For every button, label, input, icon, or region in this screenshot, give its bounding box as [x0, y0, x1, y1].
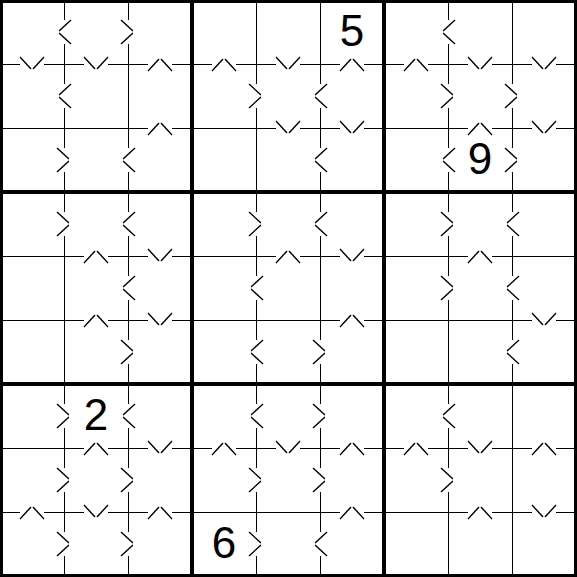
cell-r2c9[interactable] [512, 64, 576, 128]
cell-r9c5[interactable] [256, 512, 320, 576]
cell-r3c8[interactable]: 9 [448, 128, 512, 192]
cell-r2c5[interactable] [256, 64, 320, 128]
cell-r6c3[interactable] [128, 320, 192, 384]
cell-r8c7[interactable] [384, 448, 448, 512]
cell-r3c7[interactable] [384, 128, 448, 192]
cell-r4c4[interactable] [192, 192, 256, 256]
cell-r8c4[interactable] [192, 448, 256, 512]
cell-r8c9[interactable] [512, 448, 576, 512]
cell-r9c3[interactable] [128, 512, 192, 576]
cell-r5c6[interactable] [320, 256, 384, 320]
cell-r9c9[interactable] [512, 512, 576, 576]
cell-r7c2[interactable]: 2 [64, 384, 128, 448]
cell-r3c3[interactable] [128, 128, 192, 192]
cell-r6c7[interactable] [384, 320, 448, 384]
cell-r4c7[interactable] [384, 192, 448, 256]
cell-r7c8[interactable] [448, 384, 512, 448]
cell-r5c7[interactable] [384, 256, 448, 320]
cell-r5c8[interactable] [448, 256, 512, 320]
given-digit: 5 [340, 9, 364, 53]
cell-r4c3[interactable] [128, 192, 192, 256]
cell-r7c3[interactable] [128, 384, 192, 448]
cell-r4c9[interactable] [512, 192, 576, 256]
cell-r2c4[interactable] [192, 64, 256, 128]
cell-r4c6[interactable] [320, 192, 384, 256]
sudoku-board: 5926 [0, 0, 577, 577]
cell-r2c3[interactable] [128, 64, 192, 128]
cell-r2c8[interactable] [448, 64, 512, 128]
cell-r8c8[interactable] [448, 448, 512, 512]
cell-r2c2[interactable] [64, 64, 128, 128]
cell-r6c6[interactable] [320, 320, 384, 384]
cell-r1c6[interactable]: 5 [320, 0, 384, 64]
cell-r5c1[interactable] [0, 256, 64, 320]
cell-r7c4[interactable] [192, 384, 256, 448]
cell-r2c1[interactable] [0, 64, 64, 128]
cell-r3c2[interactable] [64, 128, 128, 192]
cell-r6c8[interactable] [448, 320, 512, 384]
cell-r9c8[interactable] [448, 512, 512, 576]
cell-r1c1[interactable] [0, 0, 64, 64]
cell-r4c8[interactable] [448, 192, 512, 256]
cell-r9c4[interactable]: 6 [192, 512, 256, 576]
cell-r9c7[interactable] [384, 512, 448, 576]
cell-r3c6[interactable] [320, 128, 384, 192]
cell-r8c1[interactable] [0, 448, 64, 512]
given-digit: 2 [84, 393, 108, 437]
cell-r6c9[interactable] [512, 320, 576, 384]
cell-r1c8[interactable] [448, 0, 512, 64]
cell-r1c9[interactable] [512, 0, 576, 64]
cell-r3c5[interactable] [256, 128, 320, 192]
cell-r5c3[interactable] [128, 256, 192, 320]
cell-r1c2[interactable] [64, 0, 128, 64]
cell-r5c9[interactable] [512, 256, 576, 320]
cell-r8c3[interactable] [128, 448, 192, 512]
cell-r7c5[interactable] [256, 384, 320, 448]
cell-r6c1[interactable] [0, 320, 64, 384]
cell-r6c5[interactable] [256, 320, 320, 384]
cell-r5c4[interactable] [192, 256, 256, 320]
cell-r8c6[interactable] [320, 448, 384, 512]
cell-r7c7[interactable] [384, 384, 448, 448]
given-digit: 6 [212, 521, 236, 565]
cell-r4c2[interactable] [64, 192, 128, 256]
cell-r2c7[interactable] [384, 64, 448, 128]
cell-r7c9[interactable] [512, 384, 576, 448]
cell-r7c1[interactable] [0, 384, 64, 448]
cell-r3c1[interactable] [0, 128, 64, 192]
cell-r7c6[interactable] [320, 384, 384, 448]
cell-r9c1[interactable] [0, 512, 64, 576]
given-digit: 9 [468, 137, 492, 181]
cell-r4c5[interactable] [256, 192, 320, 256]
cell-r2c6[interactable] [320, 64, 384, 128]
cell-r1c3[interactable] [128, 0, 192, 64]
cell-r5c2[interactable] [64, 256, 128, 320]
cell-r8c5[interactable] [256, 448, 320, 512]
cell-r1c7[interactable] [384, 0, 448, 64]
cell-r6c4[interactable] [192, 320, 256, 384]
cell-r1c4[interactable] [192, 0, 256, 64]
cell-r8c2[interactable] [64, 448, 128, 512]
cell-r4c1[interactable] [0, 192, 64, 256]
cell-r1c5[interactable] [256, 0, 320, 64]
cell-r9c2[interactable] [64, 512, 128, 576]
cell-r6c2[interactable] [64, 320, 128, 384]
cell-r5c5[interactable] [256, 256, 320, 320]
cell-r3c4[interactable] [192, 128, 256, 192]
cell-r3c9[interactable] [512, 128, 576, 192]
cell-r9c6[interactable] [320, 512, 384, 576]
